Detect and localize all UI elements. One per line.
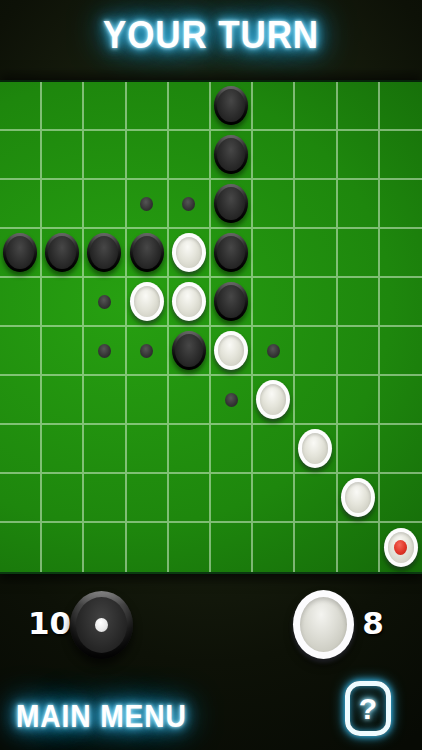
disc-face: [48, 236, 76, 269]
disc-face: [345, 482, 371, 513]
disc-face: [260, 384, 286, 415]
board-cell-r3-c6[interactable]: [211, 180, 253, 229]
black-score-disc-dot: [95, 618, 108, 632]
board-cell-r6-c10[interactable]: [380, 327, 422, 376]
board-cell-r5-c7[interactable]: [253, 278, 295, 327]
black-disc: [214, 135, 248, 174]
disc-face: [176, 237, 202, 268]
board-cell-r3-c7[interactable]: [253, 180, 295, 229]
main-menu-button[interactable]: MAIN MENU: [16, 698, 187, 735]
board-cell-r4-c10[interactable]: [380, 229, 422, 278]
board-cell-r8-c10[interactable]: [380, 425, 422, 474]
board-cell-r8-c8[interactable]: [295, 425, 337, 474]
disc-face: [217, 89, 245, 122]
board-cell-r4-c7[interactable]: [253, 229, 295, 278]
board-cell-r2-c4[interactable]: [127, 131, 169, 180]
board-cell-r2-c1[interactable]: [0, 131, 42, 180]
black-disc: [130, 233, 164, 272]
board-cell-r7-c3[interactable]: [84, 376, 126, 425]
board-cell-r10-c7[interactable]: [253, 523, 295, 572]
game-screen: YOUR TURN 10 8 MAIN MENU ?: [0, 0, 422, 750]
board-cell-r7-c5[interactable]: [169, 376, 211, 425]
board-cell-r9-c1[interactable]: [0, 474, 42, 523]
question-mark-icon: ?: [359, 692, 377, 726]
board-cell-r5-c10[interactable]: [380, 278, 422, 327]
board-cell-r4-c9[interactable]: [338, 229, 380, 278]
board-cell-r2-c8[interactable]: [295, 131, 337, 180]
white-disc: [172, 282, 206, 321]
board-cell-r3-c9[interactable]: [338, 180, 380, 229]
board-cell-r8-c9[interactable]: [338, 425, 380, 474]
white-disc: [384, 528, 418, 567]
black-score: 10: [28, 605, 68, 641]
turn-indicator: YOUR TURN: [17, 14, 405, 57]
legal-move-hint[interactable]: [267, 344, 280, 358]
disc-face: [217, 236, 245, 269]
legal-move-hint[interactable]: [98, 295, 111, 309]
disc-face: [217, 138, 245, 171]
board-cell-r7-c2[interactable]: [42, 376, 84, 425]
board-cell-r3-c5[interactable]: [169, 180, 211, 229]
board-cell-r8-c3[interactable]: [84, 425, 126, 474]
board-cell-r1-c2[interactable]: [42, 82, 84, 131]
white-disc: [256, 380, 290, 419]
board-cell-r7-c9[interactable]: [338, 376, 380, 425]
board-cell-r6-c8[interactable]: [295, 327, 337, 376]
black-disc: [214, 86, 248, 125]
disc-face: [134, 286, 160, 317]
board-cell-r1-c3[interactable]: [84, 82, 126, 131]
board-cell-r1-c5[interactable]: [169, 82, 211, 131]
board-cell-r10-c9[interactable]: [338, 523, 380, 572]
board-cell-r5-c4[interactable]: [127, 278, 169, 327]
board-cell-r5-c9[interactable]: [338, 278, 380, 327]
board-cell-r8-c7[interactable]: [253, 425, 295, 474]
board-cell-r4-c3[interactable]: [84, 229, 126, 278]
board-cell-r8-c6[interactable]: [211, 425, 253, 474]
board-cell-r3-c2[interactable]: [42, 180, 84, 229]
board-cell-r9-c3[interactable]: [84, 474, 126, 523]
black-disc: [3, 233, 37, 272]
white-score-disc-face: [300, 597, 347, 652]
board-cell-r4-c5[interactable]: [169, 229, 211, 278]
board-cell-r10-c8[interactable]: [295, 523, 337, 572]
help-button[interactable]: ?: [345, 681, 391, 736]
board-cell-r1-c8[interactable]: [295, 82, 337, 131]
board-cell-r8-c1[interactable]: [0, 425, 42, 474]
disc-face: [302, 433, 328, 464]
board-cell-r3-c8[interactable]: [295, 180, 337, 229]
game-board: [0, 80, 422, 574]
board-cell-r9-c6[interactable]: [211, 474, 253, 523]
board-cell-r2-c2[interactable]: [42, 131, 84, 180]
board-cell-r8-c2[interactable]: [42, 425, 84, 474]
black-disc: [45, 233, 79, 272]
board-cell-r3-c1[interactable]: [0, 180, 42, 229]
board-cell-r6-c3[interactable]: [84, 327, 126, 376]
board-cell-r5-c1[interactable]: [0, 278, 42, 327]
board-cell-r1-c6[interactable]: [211, 82, 253, 131]
board-cell-r5-c8[interactable]: [295, 278, 337, 327]
board-cell-r5-c3[interactable]: [84, 278, 126, 327]
legal-move-hint[interactable]: [98, 344, 111, 358]
board-cell-r6-c4[interactable]: [127, 327, 169, 376]
white-score-disc-icon: [293, 590, 354, 659]
board-cell-r2-c9[interactable]: [338, 131, 380, 180]
board-cell-r2-c7[interactable]: [253, 131, 295, 180]
board-cell-r9-c9[interactable]: [338, 474, 380, 523]
board-cell-r9-c8[interactable]: [295, 474, 337, 523]
board-cell-r4-c1[interactable]: [0, 229, 42, 278]
legal-move-hint[interactable]: [140, 344, 153, 358]
board-cell-r10-c1[interactable]: [0, 523, 42, 572]
black-disc: [214, 233, 248, 272]
legal-move-hint[interactable]: [225, 393, 238, 407]
legal-move-hint[interactable]: [182, 197, 195, 211]
board-cell-r1-c4[interactable]: [127, 82, 169, 131]
black-disc: [87, 233, 121, 272]
board-cell-r8-c5[interactable]: [169, 425, 211, 474]
board-cell-r6-c9[interactable]: [338, 327, 380, 376]
board-cell-r10-c10[interactable]: [380, 523, 422, 572]
white-disc: [298, 429, 332, 468]
white-disc: [172, 233, 206, 272]
disc-face: [218, 335, 244, 366]
board-cell-r10-c4[interactable]: [127, 523, 169, 572]
board-cell-r5-c6[interactable]: [211, 278, 253, 327]
board-cell-r1-c1[interactable]: [0, 82, 42, 131]
board-cell-r1-c7[interactable]: [253, 82, 295, 131]
disc-face: [217, 187, 245, 220]
board-cell-r3-c10[interactable]: [380, 180, 422, 229]
board-cell-r1-c10[interactable]: [380, 82, 422, 131]
board-cell-r3-c4[interactable]: [127, 180, 169, 229]
board-cell-r2-c3[interactable]: [84, 131, 126, 180]
board-cell-r2-c10[interactable]: [380, 131, 422, 180]
board-cell-r9-c5[interactable]: [169, 474, 211, 523]
board-cell-r10-c3[interactable]: [84, 523, 126, 572]
white-disc: [214, 331, 248, 370]
board-cell-r7-c1[interactable]: [0, 376, 42, 425]
board-cell-r7-c6[interactable]: [211, 376, 253, 425]
disc-face: [175, 334, 203, 367]
board-cell-r7-c7[interactable]: [253, 376, 295, 425]
board-cell-r9-c7[interactable]: [253, 474, 295, 523]
board-cell-r6-c7[interactable]: [253, 327, 295, 376]
disc-face: [176, 286, 202, 317]
board-cell-r4-c8[interactable]: [295, 229, 337, 278]
board-cell-r9-c2[interactable]: [42, 474, 84, 523]
black-disc: [172, 331, 206, 370]
board-cell-r6-c6[interactable]: [211, 327, 253, 376]
board-cell-r5-c2[interactable]: [42, 278, 84, 327]
white-score: 8: [355, 605, 391, 641]
board-cell-r2-c5[interactable]: [169, 131, 211, 180]
board-cell-r7-c4[interactable]: [127, 376, 169, 425]
disc-face: [6, 236, 34, 269]
white-disc: [341, 478, 375, 517]
board-cell-r7-c8[interactable]: [295, 376, 337, 425]
board-cell-r1-c9[interactable]: [338, 82, 380, 131]
board-cell-r2-c6[interactable]: [211, 131, 253, 180]
board-cell-r4-c4[interactable]: [127, 229, 169, 278]
board-cell-r10-c2[interactable]: [42, 523, 84, 572]
white-disc: [130, 282, 164, 321]
board-cell-r4-c2[interactable]: [42, 229, 84, 278]
board-cell-r8-c4[interactable]: [127, 425, 169, 474]
black-score-disc-icon: [70, 591, 133, 659]
board-cell-r5-c5[interactable]: [169, 278, 211, 327]
legal-move-hint[interactable]: [140, 197, 153, 211]
board-cell-r7-c10[interactable]: [380, 376, 422, 425]
board-cell-r3-c3[interactable]: [84, 180, 126, 229]
board-cell-r9-c10[interactable]: [380, 474, 422, 523]
board-cell-r6-c5[interactable]: [169, 327, 211, 376]
board-cell-r10-c5[interactable]: [169, 523, 211, 572]
board-cell-r6-c1[interactable]: [0, 327, 42, 376]
black-disc: [214, 282, 248, 321]
board-cell-r4-c6[interactable]: [211, 229, 253, 278]
black-disc: [214, 184, 248, 223]
disc-face: [90, 236, 118, 269]
board-cell-r10-c6[interactable]: [211, 523, 253, 572]
board-cell-r9-c4[interactable]: [127, 474, 169, 523]
disc-face: [217, 285, 245, 318]
board-cell-r6-c2[interactable]: [42, 327, 84, 376]
disc-face: [133, 236, 161, 269]
